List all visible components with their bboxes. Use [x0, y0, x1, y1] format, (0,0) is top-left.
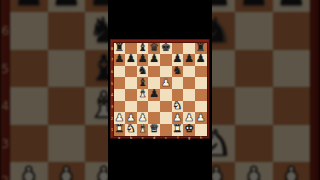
black-pawn-piece: ♟: [13, 0, 45, 10]
square-f8: [172, 43, 184, 55]
white-pawn-piece: ♟: [238, 162, 270, 180]
square-d7: ♟: [148, 54, 160, 66]
file-label-b: b: [125, 136, 137, 140]
square-h7: ♟: [273, 0, 311, 12]
rank-label-7: 7: [0, 0, 10, 12]
square-e2: [160, 112, 172, 124]
square-a8: ♜: [114, 43, 126, 55]
black-knight-piece: ♞: [138, 66, 148, 77]
white-pawn-piece: ♟: [50, 162, 82, 180]
square-h3: [195, 101, 207, 113]
white-pawn-piece: ♟: [184, 112, 194, 123]
square-f3: ♞: [172, 101, 184, 113]
square-h6: [195, 66, 207, 78]
square-a1: ♜: [114, 124, 126, 136]
white-pawn-piece: ♟: [196, 112, 206, 123]
square-f4: [172, 89, 184, 101]
square-a6: [114, 66, 126, 78]
square-f1: ♜: [172, 124, 184, 136]
square-h5: [273, 50, 311, 88]
rank-label-2: 2: [0, 162, 10, 180]
white-pawn-piece: ♟: [173, 112, 183, 123]
square-e7: [160, 54, 172, 66]
file-label-c: c: [137, 136, 149, 140]
black-pawn-piece: ♟: [184, 54, 194, 65]
white-bishop-piece: ♝: [138, 124, 148, 135]
square-g2: ♟: [183, 112, 195, 124]
white-queen-piece: ♛: [149, 124, 159, 135]
black-pawn-piece: ♟: [149, 54, 159, 65]
white-king-piece: ♚: [184, 124, 194, 135]
black-bishop-piece: ♝: [138, 43, 148, 54]
square-g7: ♟: [183, 54, 195, 66]
board-grid: ♜♝♛♚♜♟♟♟♟♟♟♟♞♞♝♟♝♟♞♟♟♟♟♟♟♜♞♝♛♜♚: [114, 43, 207, 136]
square-h5: [195, 77, 207, 89]
square-d2: [148, 112, 160, 124]
square-g4: [183, 89, 195, 101]
square-a7: ♟: [114, 54, 126, 66]
black-pawn-piece: ♟: [114, 54, 124, 65]
portrait-letterbox: ♜♝♛♚♜♟♟♟♟♟♟♟♞♞♝♟♝♟♞♟♟♟♟♟♟♜♞♝♛♜♚87654321a…: [108, 0, 212, 180]
white-pawn-piece: ♟: [13, 162, 45, 180]
square-h4: [195, 89, 207, 101]
square-b4: [48, 87, 86, 125]
square-b8: [125, 43, 137, 55]
black-pawn-piece: ♟: [149, 89, 159, 100]
square-g2: ♟: [235, 162, 273, 180]
square-h2: ♟: [195, 112, 207, 124]
square-c2: ♟: [137, 112, 149, 124]
black-pawn-piece: ♟: [138, 54, 148, 65]
square-h4: [273, 87, 311, 125]
square-a7: ♟: [10, 0, 48, 12]
square-g3: [183, 101, 195, 113]
square-h7: ♟: [195, 54, 207, 66]
square-g6: [183, 66, 195, 78]
black-pawn-piece: ♟: [173, 54, 183, 65]
square-b3: [48, 125, 86, 163]
black-pawn-piece: ♟: [196, 54, 206, 65]
square-g6: [235, 12, 273, 50]
square-c5: ♝: [137, 77, 149, 89]
square-b2: ♟: [125, 112, 137, 124]
white-pawn-piece: ♟: [138, 112, 148, 123]
square-b4: [125, 89, 137, 101]
square-d3: [148, 101, 160, 113]
square-f2: ♟: [172, 112, 184, 124]
square-h2: ♟: [273, 162, 311, 180]
square-d6: [148, 66, 160, 78]
white-pawn-piece: ♟: [114, 112, 124, 123]
rank-label-5: 5: [0, 50, 10, 88]
square-c6: ♞: [137, 66, 149, 78]
black-bishop-piece: ♝: [138, 77, 148, 88]
square-h8: ♜: [195, 43, 207, 55]
black-rook-piece: ♜: [114, 43, 124, 54]
square-c7: ♟: [137, 54, 149, 66]
square-h1: [195, 124, 207, 136]
white-bishop-piece: ♝: [138, 89, 148, 100]
square-b3: [125, 101, 137, 113]
square-g1: ♚: [183, 124, 195, 136]
rank-label-4: 4: [0, 87, 10, 125]
white-knight-piece: ♞: [126, 124, 136, 135]
square-d8: ♛: [148, 43, 160, 55]
black-pawn-piece: ♟: [238, 0, 270, 10]
black-knight-piece: ♞: [173, 66, 183, 77]
square-e6: [160, 66, 172, 78]
square-a3: [10, 125, 48, 163]
square-h6: [273, 12, 311, 50]
square-b7: ♟: [125, 54, 137, 66]
black-pawn-piece: ♟: [275, 0, 307, 10]
square-a3: [114, 101, 126, 113]
square-a2: ♟: [10, 162, 48, 180]
white-knight-piece: ♞: [173, 101, 183, 112]
white-pawn-piece: ♟: [275, 162, 307, 180]
black-queen-piece: ♛: [149, 43, 159, 54]
rank-label-6: 6: [0, 12, 10, 50]
square-a4: [10, 87, 48, 125]
square-a4: [114, 89, 126, 101]
square-e1: [160, 124, 172, 136]
square-b5: [125, 77, 137, 89]
square-b6: [125, 66, 137, 78]
square-e4: [160, 89, 172, 101]
square-c3: [137, 101, 149, 113]
white-pawn-piece: ♟: [126, 112, 136, 123]
square-h3: [273, 125, 311, 163]
square-g8: [183, 43, 195, 55]
square-g3: [235, 125, 273, 163]
square-a5: [10, 50, 48, 88]
square-b1: ♞: [125, 124, 137, 136]
square-g4: [235, 87, 273, 125]
file-label-e: e: [160, 136, 172, 140]
square-e3: [160, 101, 172, 113]
square-a6: [10, 12, 48, 50]
black-pawn-piece: ♟: [126, 54, 136, 65]
square-f6: ♞: [172, 66, 184, 78]
square-g7: ♟: [235, 0, 273, 12]
black-rook-piece: ♜: [196, 43, 206, 54]
square-b6: [48, 12, 86, 50]
file-label-h: h: [195, 136, 207, 140]
black-king-piece: ♚: [161, 43, 171, 54]
square-f5: [172, 77, 184, 89]
file-label-d: d: [148, 136, 160, 140]
square-c4: ♝: [137, 89, 149, 101]
square-g5: [183, 77, 195, 89]
rank-label-3: 3: [0, 125, 10, 163]
file-label-f: f: [172, 136, 184, 140]
square-b5: [48, 50, 86, 88]
square-b2: ♟: [48, 162, 86, 180]
white-pawn-piece: ♟: [161, 77, 171, 88]
square-d1: ♛: [148, 124, 160, 136]
video-frame[interactable]: ♜♝♛♚♜♟♟♟♟♟♟♟♞♞♝♟♝♟♞♟♟♟♟♟♟♜♞♝♛♜♚87654321a…: [0, 0, 320, 180]
square-g5: [235, 50, 273, 88]
file-label-a: a: [114, 136, 126, 140]
square-a2: ♟: [114, 112, 126, 124]
square-b7: ♟: [48, 0, 86, 12]
square-e5: ♟: [160, 77, 172, 89]
chessboard: ♜♝♛♚♜♟♟♟♟♟♟♟♞♞♝♟♝♟♞♟♟♟♟♟♟♜♞♝♛♜♚87654321a…: [110, 39, 210, 139]
square-c1: ♝: [137, 124, 149, 136]
file-label-g: g: [183, 136, 195, 140]
square-f7: ♟: [172, 54, 184, 66]
square-d5: [148, 77, 160, 89]
black-pawn-piece: ♟: [50, 0, 82, 10]
square-e8: ♚: [160, 43, 172, 55]
white-rook-piece: ♜: [173, 124, 183, 135]
square-a5: [114, 77, 126, 89]
white-rook-piece: ♜: [114, 124, 124, 135]
square-d4: ♟: [148, 89, 160, 101]
square-c8: ♝: [137, 43, 149, 55]
